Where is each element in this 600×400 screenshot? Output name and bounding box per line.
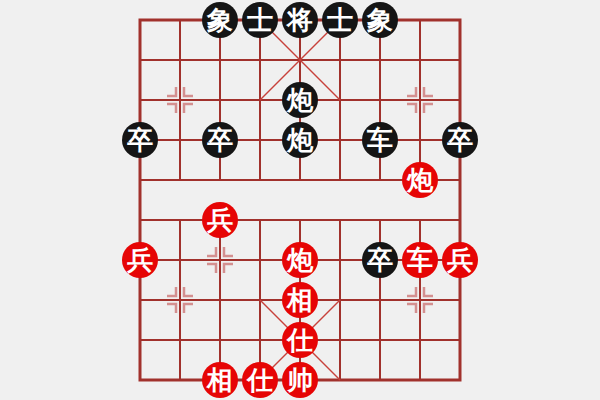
board-point-r6c8[interactable]: 兵 xyxy=(440,240,480,280)
board-point-r9c3[interactable]: 仕 xyxy=(240,360,280,400)
board-point-r6c6[interactable]: 卒 xyxy=(360,240,400,280)
board-point-r7c6[interactable] xyxy=(360,280,400,320)
piece-red-cannon[interactable]: 炮 xyxy=(282,242,318,278)
board-point-r3c3[interactable] xyxy=(240,120,280,160)
piece-black-soldier[interactable]: 卒 xyxy=(122,122,158,158)
piece-black-soldier[interactable]: 卒 xyxy=(362,242,398,278)
xiangqi-board-stage: 象士将士象炮卒卒炮车卒炮兵兵炮卒车兵相仕相仕帅 xyxy=(0,0,600,400)
board-point-r9c6[interactable] xyxy=(360,360,400,400)
board-point-r1c7[interactable] xyxy=(400,40,440,80)
board-point-r8c2[interactable] xyxy=(200,320,240,360)
board-point-r4c6[interactable] xyxy=(360,160,400,200)
board-point-r3c8[interactable]: 卒 xyxy=(440,120,480,160)
piece-black-soldier[interactable]: 卒 xyxy=(202,122,238,158)
board-point-r2c0[interactable] xyxy=(120,80,160,120)
board-point-r6c3[interactable] xyxy=(240,240,280,280)
board-point-r4c4[interactable] xyxy=(280,160,320,200)
piece-black-chariot[interactable]: 车 xyxy=(362,122,398,158)
piece-black-elephant[interactable]: 象 xyxy=(202,2,238,38)
piece-red-soldier[interactable]: 兵 xyxy=(202,202,238,238)
board-point-r8c3[interactable] xyxy=(240,320,280,360)
board-point-r9c8[interactable] xyxy=(440,360,480,400)
board-point-r2c8[interactable] xyxy=(440,80,480,120)
board-point-r8c8[interactable] xyxy=(440,320,480,360)
piece-black-general[interactable]: 将 xyxy=(282,2,318,38)
board-point-r5c2[interactable]: 兵 xyxy=(200,200,240,240)
board-point-r2c4[interactable]: 炮 xyxy=(280,80,320,120)
piece-red-cannon[interactable]: 炮 xyxy=(402,162,438,198)
board-point-r2c2[interactable] xyxy=(200,80,240,120)
piece-black-advisor[interactable]: 士 xyxy=(322,2,358,38)
board-point-r0c3[interactable]: 士 xyxy=(240,0,280,40)
board-point-r0c5[interactable]: 士 xyxy=(320,0,360,40)
board-point-r0c7[interactable] xyxy=(400,0,440,40)
board-point-r9c5[interactable] xyxy=(320,360,360,400)
board-point-r6c2[interactable] xyxy=(200,240,240,280)
board-point-r6c5[interactable] xyxy=(320,240,360,280)
board-point-r3c7[interactable] xyxy=(400,120,440,160)
board-point-r0c1[interactable] xyxy=(160,0,200,40)
board-point-r8c7[interactable] xyxy=(400,320,440,360)
board-point-r8c4[interactable]: 仕 xyxy=(280,320,320,360)
board-point-r7c5[interactable] xyxy=(320,280,360,320)
board-point-r4c8[interactable] xyxy=(440,160,480,200)
board-point-r4c2[interactable] xyxy=(200,160,240,200)
board-point-r5c6[interactable] xyxy=(360,200,400,240)
board-point-r9c4[interactable]: 帅 xyxy=(280,360,320,400)
board-point-r9c0[interactable] xyxy=(120,360,160,400)
board-point-r4c3[interactable] xyxy=(240,160,280,200)
board-point-r3c1[interactable] xyxy=(160,120,200,160)
board-point-r1c5[interactable] xyxy=(320,40,360,80)
board-point-r1c0[interactable] xyxy=(120,40,160,80)
board-point-r8c6[interactable] xyxy=(360,320,400,360)
piece-red-elephant[interactable]: 相 xyxy=(282,282,318,318)
board-point-r1c3[interactable] xyxy=(240,40,280,80)
board-point-r6c1[interactable] xyxy=(160,240,200,280)
board-point-r3c0[interactable]: 卒 xyxy=(120,120,160,160)
piece-red-advisor[interactable]: 仕 xyxy=(242,362,278,398)
board-point-r8c0[interactable] xyxy=(120,320,160,360)
board-point-r4c0[interactable] xyxy=(120,160,160,200)
board-point-r7c2[interactable] xyxy=(200,280,240,320)
board-point-r1c6[interactable] xyxy=(360,40,400,80)
piece-red-elephant[interactable]: 相 xyxy=(202,362,238,398)
board-point-r5c8[interactable] xyxy=(440,200,480,240)
board-point-r0c6[interactable]: 象 xyxy=(360,0,400,40)
board-point-r4c7[interactable]: 炮 xyxy=(400,160,440,200)
board-point-r2c5[interactable] xyxy=(320,80,360,120)
board-point-r2c6[interactable] xyxy=(360,80,400,120)
piece-black-cannon[interactable]: 炮 xyxy=(282,122,318,158)
board-point-r1c8[interactable] xyxy=(440,40,480,80)
board-point-r5c5[interactable] xyxy=(320,200,360,240)
board-point-r3c5[interactable] xyxy=(320,120,360,160)
piece-red-soldier[interactable]: 兵 xyxy=(122,242,158,278)
piece-black-advisor[interactable]: 士 xyxy=(242,2,278,38)
board-point-r0c4[interactable]: 将 xyxy=(280,0,320,40)
board-point-r9c7[interactable] xyxy=(400,360,440,400)
board-point-r7c8[interactable] xyxy=(440,280,480,320)
board-point-r6c7[interactable]: 车 xyxy=(400,240,440,280)
board-point-r2c7[interactable] xyxy=(400,80,440,120)
board-point-r7c7[interactable] xyxy=(400,280,440,320)
board-point-r0c2[interactable]: 象 xyxy=(200,0,240,40)
board-point-r5c7[interactable] xyxy=(400,200,440,240)
board-point-r7c0[interactable] xyxy=(120,280,160,320)
board-point-r6c0[interactable]: 兵 xyxy=(120,240,160,280)
board-point-r0c8[interactable] xyxy=(440,0,480,40)
board-point-r4c5[interactable] xyxy=(320,160,360,200)
board-point-r3c4[interactable]: 炮 xyxy=(280,120,320,160)
piece-red-general[interactable]: 帅 xyxy=(282,362,318,398)
piece-red-advisor[interactable]: 仕 xyxy=(282,322,318,358)
board-point-r7c3[interactable] xyxy=(240,280,280,320)
board-point-r4c1[interactable] xyxy=(160,160,200,200)
board-point-r7c1[interactable] xyxy=(160,280,200,320)
board-point-r1c4[interactable] xyxy=(280,40,320,80)
board-intersections: 象士将士象炮卒卒炮车卒炮兵兵炮卒车兵相仕相仕帅 xyxy=(120,0,480,400)
board-point-r6c4[interactable]: 炮 xyxy=(280,240,320,280)
board-point-r2c1[interactable] xyxy=(160,80,200,120)
board-point-r1c1[interactable] xyxy=(160,40,200,80)
piece-red-chariot[interactable]: 车 xyxy=(402,242,438,278)
board-point-r5c3[interactable] xyxy=(240,200,280,240)
piece-red-soldier[interactable]: 兵 xyxy=(442,242,478,278)
board-point-r2c3[interactable] xyxy=(240,80,280,120)
board-point-r8c5[interactable] xyxy=(320,320,360,360)
board-point-r7c4[interactable]: 相 xyxy=(280,280,320,320)
board-point-r8c1[interactable] xyxy=(160,320,200,360)
board-point-r3c2[interactable]: 卒 xyxy=(200,120,240,160)
board-point-r9c1[interactable] xyxy=(160,360,200,400)
board-point-r5c4[interactable] xyxy=(280,200,320,240)
board-point-r1c2[interactable] xyxy=(200,40,240,80)
board-point-r5c0[interactable] xyxy=(120,200,160,240)
board-point-r3c6[interactable]: 车 xyxy=(360,120,400,160)
board-point-r9c2[interactable]: 相 xyxy=(200,360,240,400)
piece-black-soldier[interactable]: 卒 xyxy=(442,122,478,158)
piece-black-cannon[interactable]: 炮 xyxy=(282,82,318,118)
board-point-r5c1[interactable] xyxy=(160,200,200,240)
piece-black-elephant[interactable]: 象 xyxy=(362,2,398,38)
board-point-r0c0[interactable] xyxy=(120,0,160,40)
